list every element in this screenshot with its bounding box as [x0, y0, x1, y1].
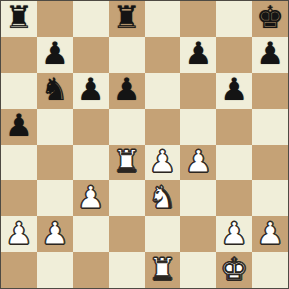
square-h4[interactable] — [252, 145, 288, 181]
square-g8[interactable] — [216, 1, 252, 37]
black-pawn-piece[interactable]: ♟ — [220, 74, 248, 105]
square-e7[interactable] — [145, 37, 181, 73]
square-a2[interactable]: ♟ — [1, 216, 37, 252]
white-pawn-piece[interactable]: ♟ — [220, 218, 248, 249]
square-a3[interactable] — [1, 180, 37, 216]
square-h8[interactable]: ♚ — [252, 1, 288, 37]
square-f2[interactable] — [180, 216, 216, 252]
square-a7[interactable] — [1, 37, 37, 73]
square-e4[interactable]: ♟ — [145, 145, 181, 181]
square-b1[interactable] — [37, 252, 73, 288]
square-d4[interactable]: ♜ — [109, 145, 145, 181]
chess-board: ♜♜♚♟♟♟♞♟♟♟♟♜♟♟♟♞♟♟♟♟♜♚ — [0, 0, 289, 289]
white-rook-piece[interactable]: ♜ — [113, 146, 141, 177]
square-f4[interactable]: ♟ — [180, 145, 216, 181]
square-e3[interactable]: ♞ — [145, 180, 181, 216]
square-d2[interactable] — [109, 216, 145, 252]
white-pawn-piece[interactable]: ♟ — [149, 146, 177, 177]
square-h1[interactable] — [252, 252, 288, 288]
white-pawn-piece[interactable]: ♟ — [5, 218, 33, 249]
square-d8[interactable]: ♜ — [109, 1, 145, 37]
square-b2[interactable]: ♟ — [37, 216, 73, 252]
square-b3[interactable] — [37, 180, 73, 216]
square-a1[interactable] — [1, 252, 37, 288]
square-g7[interactable] — [216, 37, 252, 73]
square-e6[interactable] — [145, 73, 181, 109]
white-pawn-piece[interactable]: ♟ — [184, 146, 212, 177]
square-d7[interactable] — [109, 37, 145, 73]
square-d6[interactable]: ♟ — [109, 73, 145, 109]
white-rook-piece[interactable]: ♜ — [149, 254, 177, 285]
square-e1[interactable]: ♜ — [145, 252, 181, 288]
square-c6[interactable]: ♟ — [73, 73, 109, 109]
square-h2[interactable]: ♟ — [252, 216, 288, 252]
square-f5[interactable] — [180, 109, 216, 145]
black-pawn-piece[interactable]: ♟ — [5, 110, 33, 141]
square-g5[interactable] — [216, 109, 252, 145]
square-c1[interactable] — [73, 252, 109, 288]
square-c5[interactable] — [73, 109, 109, 145]
black-king-piece[interactable]: ♚ — [256, 2, 284, 33]
square-h3[interactable] — [252, 180, 288, 216]
square-a5[interactable]: ♟ — [1, 109, 37, 145]
square-a6[interactable] — [1, 73, 37, 109]
square-d1[interactable] — [109, 252, 145, 288]
black-pawn-piece[interactable]: ♟ — [113, 74, 141, 105]
square-f3[interactable] — [180, 180, 216, 216]
square-f8[interactable] — [180, 1, 216, 37]
square-b6[interactable]: ♞ — [37, 73, 73, 109]
square-a8[interactable]: ♜ — [1, 1, 37, 37]
square-g1[interactable]: ♚ — [216, 252, 252, 288]
black-pawn-piece[interactable]: ♟ — [41, 38, 69, 69]
square-h6[interactable] — [252, 73, 288, 109]
square-d3[interactable] — [109, 180, 145, 216]
black-rook-piece[interactable]: ♜ — [5, 2, 33, 33]
square-h7[interactable]: ♟ — [252, 37, 288, 73]
white-pawn-piece[interactable]: ♟ — [77, 182, 105, 213]
square-g3[interactable] — [216, 180, 252, 216]
black-knight-piece[interactable]: ♞ — [41, 74, 69, 105]
square-e5[interactable] — [145, 109, 181, 145]
square-e2[interactable] — [145, 216, 181, 252]
square-e8[interactable] — [145, 1, 181, 37]
black-pawn-piece[interactable]: ♟ — [256, 38, 284, 69]
black-pawn-piece[interactable]: ♟ — [77, 74, 105, 105]
square-d5[interactable] — [109, 109, 145, 145]
square-c2[interactable] — [73, 216, 109, 252]
white-pawn-piece[interactable]: ♟ — [41, 218, 69, 249]
square-b8[interactable] — [37, 1, 73, 37]
square-c8[interactable] — [73, 1, 109, 37]
chess-board-wrap: ♜♜♚♟♟♟♞♟♟♟♟♜♟♟♟♞♟♟♟♟♜♚ — [0, 0, 289, 289]
square-b7[interactable]: ♟ — [37, 37, 73, 73]
square-c4[interactable] — [73, 145, 109, 181]
square-a4[interactable] — [1, 145, 37, 181]
white-knight-piece[interactable]: ♞ — [149, 182, 177, 213]
square-g2[interactable]: ♟ — [216, 216, 252, 252]
black-pawn-piece[interactable]: ♟ — [184, 38, 212, 69]
square-b5[interactable] — [37, 109, 73, 145]
white-king-piece[interactable]: ♚ — [220, 254, 248, 285]
square-f6[interactable] — [180, 73, 216, 109]
square-c3[interactable]: ♟ — [73, 180, 109, 216]
square-g4[interactable] — [216, 145, 252, 181]
square-c7[interactable] — [73, 37, 109, 73]
square-f7[interactable]: ♟ — [180, 37, 216, 73]
square-b4[interactable] — [37, 145, 73, 181]
square-h5[interactable] — [252, 109, 288, 145]
square-f1[interactable] — [180, 252, 216, 288]
black-rook-piece[interactable]: ♜ — [113, 2, 141, 33]
square-g6[interactable]: ♟ — [216, 73, 252, 109]
white-pawn-piece[interactable]: ♟ — [256, 218, 284, 249]
